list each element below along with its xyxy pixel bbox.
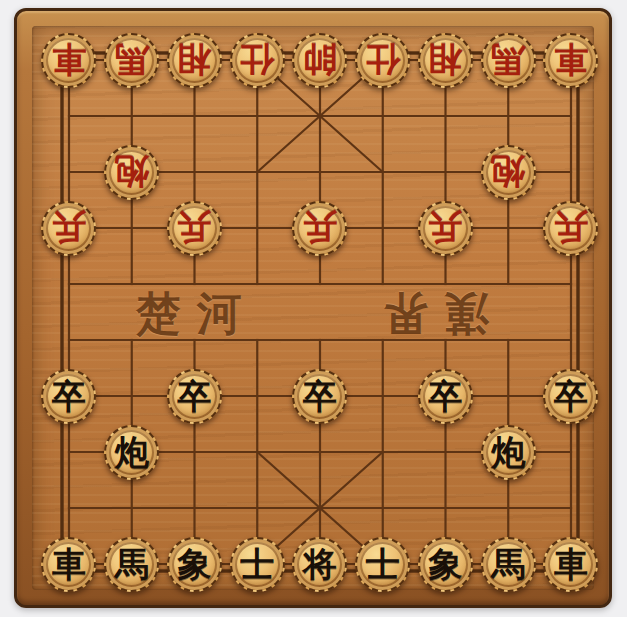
piece-glyph: 卒 — [177, 379, 211, 413]
piece-black-horse[interactable]: 馬 — [104, 537, 159, 592]
piece-red-soldier[interactable]: 兵 — [543, 201, 598, 256]
piece-glyph: 士 — [240, 547, 274, 581]
piece-glyph: 馬 — [491, 547, 525, 581]
piece-glyph: 仕 — [240, 43, 274, 77]
piece-black-soldier[interactable]: 卒 — [41, 369, 96, 424]
piece-red-cannon[interactable]: 炮 — [104, 145, 159, 200]
piece-black-soldier[interactable]: 卒 — [543, 369, 598, 424]
piece-black-advisor[interactable]: 士 — [230, 537, 285, 592]
piece-glyph: 将 — [303, 547, 337, 581]
xiangqi-board: 楚河 漢界 車馬相仕帥仕相馬車炮炮兵兵兵兵兵卒卒卒卒卒炮炮車馬象士将士象馬車 — [14, 8, 612, 608]
piece-red-general[interactable]: 帥 — [292, 33, 347, 88]
piece-glyph: 炮 — [491, 435, 525, 469]
piece-black-chariot[interactable]: 車 — [543, 537, 598, 592]
piece-red-cannon[interactable]: 炮 — [481, 145, 536, 200]
piece-red-horse[interactable]: 馬 — [104, 33, 159, 88]
piece-glyph: 帥 — [303, 43, 337, 77]
piece-glyph: 卒 — [52, 379, 86, 413]
piece-glyph: 卒 — [554, 379, 588, 413]
piece-glyph: 炮 — [115, 155, 149, 189]
piece-red-elephant[interactable]: 相 — [418, 33, 473, 88]
piece-glyph: 兵 — [303, 211, 337, 245]
piece-red-soldier[interactable]: 兵 — [292, 201, 347, 256]
piece-black-cannon[interactable]: 炮 — [104, 425, 159, 480]
piece-red-elephant[interactable]: 相 — [167, 33, 222, 88]
piece-glyph: 兵 — [52, 211, 86, 245]
piece-glyph: 兵 — [177, 211, 211, 245]
piece-glyph: 炮 — [115, 435, 149, 469]
piece-black-chariot[interactable]: 車 — [41, 537, 96, 592]
piece-glyph: 車 — [554, 547, 588, 581]
piece-black-advisor[interactable]: 士 — [355, 537, 410, 592]
piece-black-horse[interactable]: 馬 — [481, 537, 536, 592]
piece-red-advisor[interactable]: 仕 — [355, 33, 410, 88]
piece-glyph: 卒 — [428, 379, 462, 413]
piece-red-horse[interactable]: 馬 — [481, 33, 536, 88]
piece-glyph: 車 — [52, 43, 86, 77]
piece-glyph: 象 — [428, 547, 462, 581]
piece-glyph: 士 — [366, 547, 400, 581]
piece-glyph: 仕 — [366, 43, 400, 77]
piece-glyph: 馬 — [115, 43, 149, 77]
piece-glyph: 炮 — [491, 155, 525, 189]
piece-glyph: 兵 — [428, 211, 462, 245]
piece-glyph: 相 — [428, 43, 462, 77]
piece-red-soldier[interactable]: 兵 — [418, 201, 473, 256]
piece-glyph: 相 — [177, 43, 211, 77]
piece-glyph: 馬 — [491, 43, 525, 77]
piece-black-soldier[interactable]: 卒 — [418, 369, 473, 424]
piece-red-soldier[interactable]: 兵 — [41, 201, 96, 256]
piece-glyph: 象 — [177, 547, 211, 581]
piece-red-soldier[interactable]: 兵 — [167, 201, 222, 256]
piece-glyph: 兵 — [554, 211, 588, 245]
piece-black-cannon[interactable]: 炮 — [481, 425, 536, 480]
piece-black-soldier[interactable]: 卒 — [292, 369, 347, 424]
piece-red-chariot[interactable]: 車 — [41, 33, 96, 88]
piece-glyph: 車 — [52, 547, 86, 581]
piece-glyph: 卒 — [303, 379, 337, 413]
piece-black-general[interactable]: 将 — [292, 537, 347, 592]
piece-red-chariot[interactable]: 車 — [543, 33, 598, 88]
piece-black-elephant[interactable]: 象 — [418, 537, 473, 592]
piece-red-advisor[interactable]: 仕 — [230, 33, 285, 88]
piece-black-soldier[interactable]: 卒 — [167, 369, 222, 424]
pieces-grid: 車馬相仕帥仕相馬車炮炮兵兵兵兵兵卒卒卒卒卒炮炮車馬象士将士象馬車 — [38, 32, 603, 592]
piece-glyph: 車 — [554, 43, 588, 77]
piece-black-elephant[interactable]: 象 — [167, 537, 222, 592]
piece-glyph: 馬 — [115, 547, 149, 581]
